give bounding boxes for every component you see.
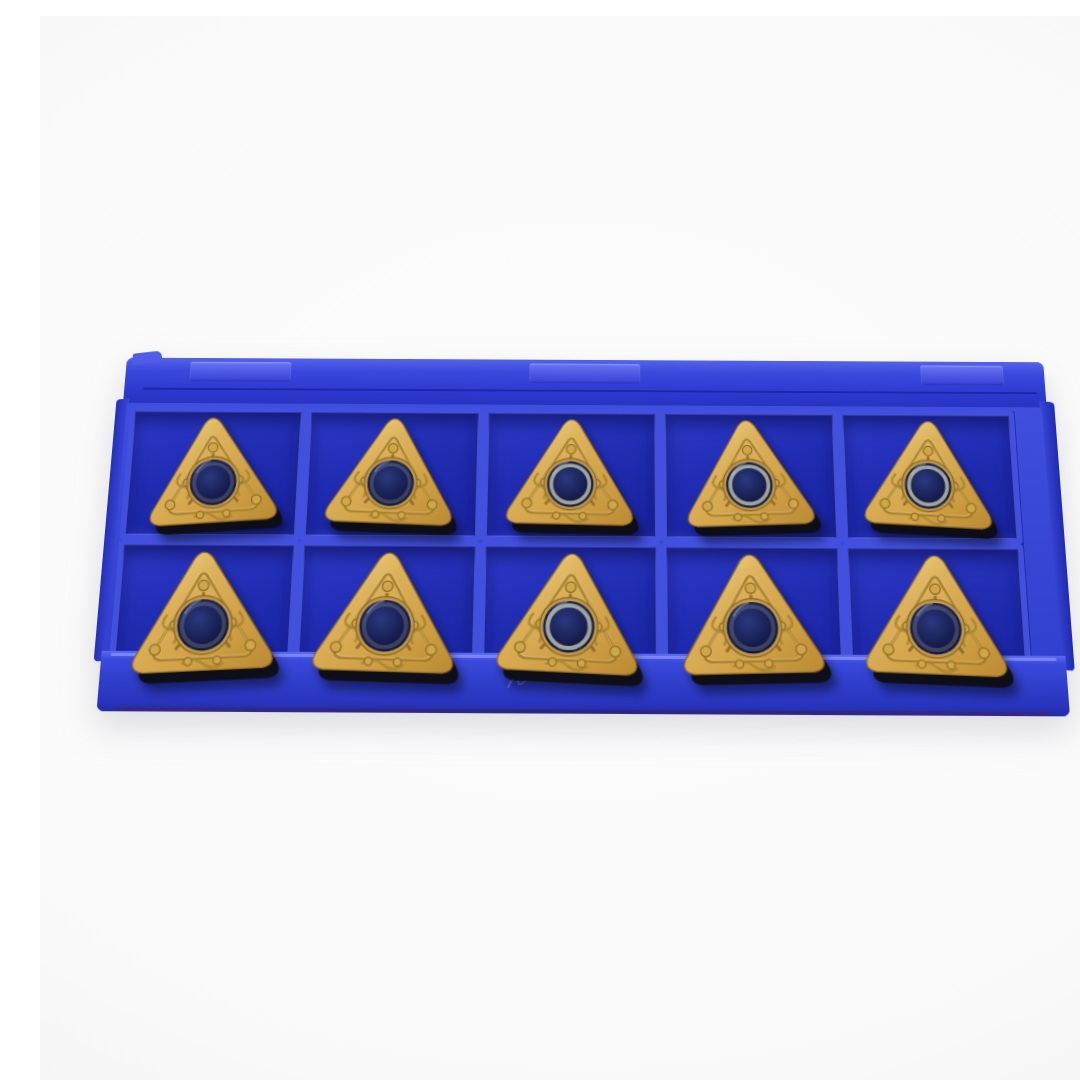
tray-compartment <box>119 407 307 541</box>
latch-tab-left <box>189 362 291 382</box>
back-wall-corner-nub <box>133 351 163 365</box>
carbide-insert <box>486 543 654 691</box>
product-photo: Overhead product photo of an open blue p… <box>40 16 1080 1080</box>
carbide-insert <box>315 410 469 539</box>
compartment-grid <box>110 407 1031 656</box>
carbide-insert <box>675 412 827 540</box>
tray-compartment <box>842 544 1033 696</box>
tray-compartment <box>292 541 481 692</box>
tray-compartment <box>477 542 662 694</box>
latch-tab-center <box>530 363 640 383</box>
carbide-insert <box>122 542 285 690</box>
latch-tab-right <box>920 365 1004 385</box>
tray-compartment <box>481 408 662 542</box>
carbide-insert <box>856 546 1020 693</box>
carbide-insert <box>302 544 472 689</box>
insert-box <box>97 358 1070 717</box>
tray-compartment <box>660 409 842 543</box>
tray-compartment <box>300 407 484 541</box>
carbide-insert <box>855 411 1002 543</box>
carbide-insert <box>671 546 839 690</box>
carbide-insert <box>141 407 288 539</box>
tray-compartment <box>661 543 848 695</box>
tray-compartment <box>107 540 300 691</box>
tray-compartment <box>837 410 1023 544</box>
carbide-insert <box>497 412 645 539</box>
